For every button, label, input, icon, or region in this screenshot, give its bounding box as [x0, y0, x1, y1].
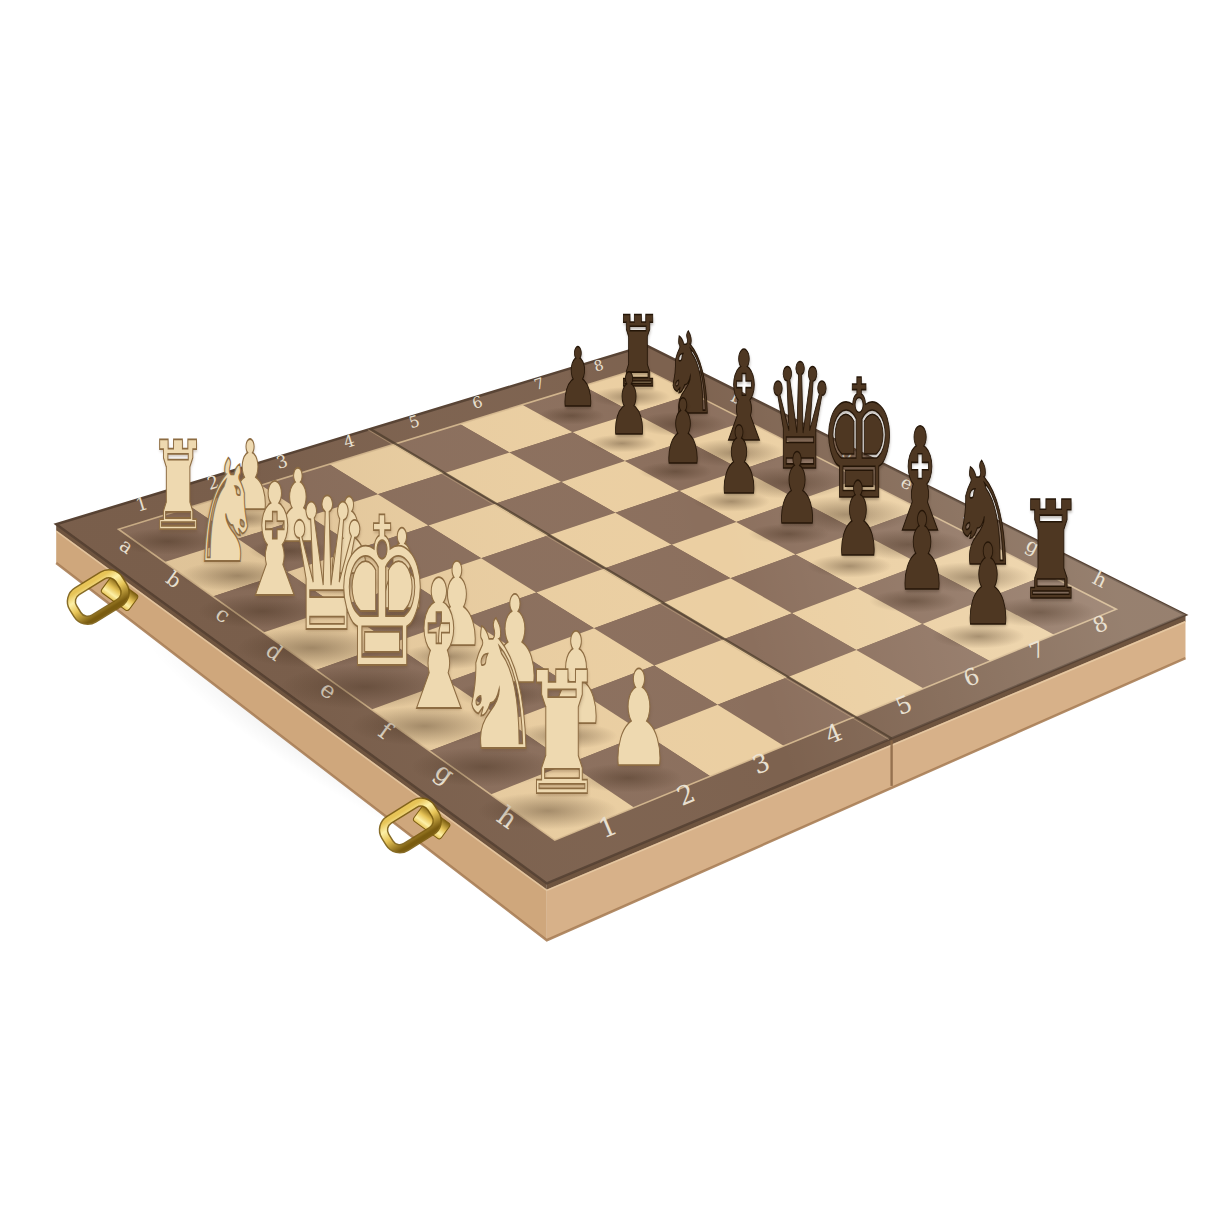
chess-set-product-photo: aa11bb22cc33dd44ee55ff66gg77hh88 ♜♟♞♟♝♟♛… [0, 0, 1214, 1214]
chess-board: aa11bb22cc33dd44ee55ff66gg77hh88 [0, 0, 1214, 1214]
